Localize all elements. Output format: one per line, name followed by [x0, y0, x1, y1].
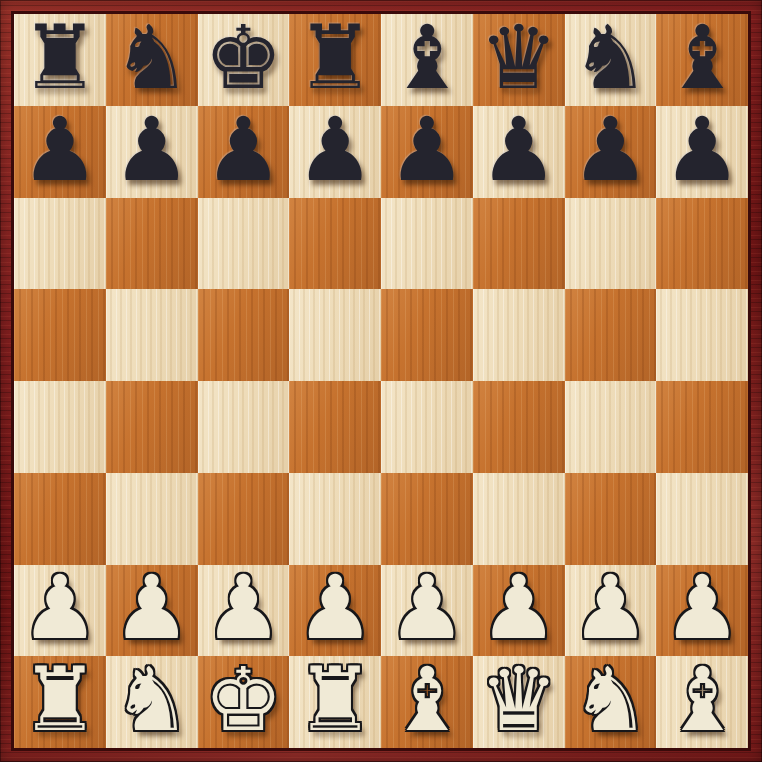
square-a6[interactable]	[14, 198, 106, 290]
square-f7[interactable]: ♟	[473, 106, 565, 198]
square-c8[interactable]: ♚	[198, 14, 290, 106]
square-g5[interactable]	[565, 289, 657, 381]
square-g6[interactable]	[565, 198, 657, 290]
piece-white-queen[interactable]: ♛	[479, 656, 558, 744]
square-f1[interactable]: ♛	[473, 656, 565, 748]
piece-black-pawn[interactable]: ♟	[479, 106, 558, 194]
square-g7[interactable]: ♟	[565, 106, 657, 198]
piece-white-knight[interactable]: ♞	[112, 656, 191, 744]
square-c4[interactable]	[198, 381, 290, 473]
square-g4[interactable]	[565, 381, 657, 473]
square-g1[interactable]: ♞	[565, 656, 657, 748]
square-a2[interactable]: ♟	[14, 565, 106, 657]
square-d5[interactable]	[289, 289, 381, 381]
square-e3[interactable]	[381, 473, 473, 565]
board-frame: ♜♞♚♜♝♛♞♝♟♟♟♟♟♟♟♟♟♟♟♟♟♟♟♟♜♞♚♜♝♛♞♝	[0, 0, 762, 762]
piece-white-bishop[interactable]: ♝	[387, 656, 466, 744]
square-h5[interactable]	[656, 289, 748, 381]
square-h6[interactable]	[656, 198, 748, 290]
square-e1[interactable]: ♝	[381, 656, 473, 748]
square-g8[interactable]: ♞	[565, 14, 657, 106]
square-g3[interactable]	[565, 473, 657, 565]
square-d8[interactable]: ♜	[289, 14, 381, 106]
square-d1[interactable]: ♜	[289, 656, 381, 748]
square-c7[interactable]: ♟	[198, 106, 290, 198]
square-h1[interactable]: ♝	[656, 656, 748, 748]
piece-black-pawn[interactable]: ♟	[387, 106, 466, 194]
square-f6[interactable]	[473, 198, 565, 290]
square-a1[interactable]: ♜	[14, 656, 106, 748]
piece-black-rook[interactable]: ♜	[20, 14, 99, 102]
piece-white-pawn[interactable]: ♟	[204, 564, 283, 652]
square-f4[interactable]	[473, 381, 565, 473]
square-e8[interactable]: ♝	[381, 14, 473, 106]
square-c6[interactable]	[198, 198, 290, 290]
square-b3[interactable]	[106, 473, 198, 565]
square-d3[interactable]	[289, 473, 381, 565]
square-h7[interactable]: ♟	[656, 106, 748, 198]
square-a4[interactable]	[14, 381, 106, 473]
piece-black-queen[interactable]: ♛	[479, 14, 558, 102]
square-c1[interactable]: ♚	[198, 656, 290, 748]
piece-black-rook[interactable]: ♜	[296, 14, 375, 102]
square-h8[interactable]: ♝	[656, 14, 748, 106]
piece-black-bishop[interactable]: ♝	[387, 14, 466, 102]
square-f8[interactable]: ♛	[473, 14, 565, 106]
square-h2[interactable]: ♟	[656, 565, 748, 657]
square-b2[interactable]: ♟	[106, 565, 198, 657]
piece-white-pawn[interactable]: ♟	[387, 564, 466, 652]
piece-white-rook[interactable]: ♜	[296, 656, 375, 744]
square-a8[interactable]: ♜	[14, 14, 106, 106]
square-a3[interactable]	[14, 473, 106, 565]
piece-black-pawn[interactable]: ♟	[112, 106, 191, 194]
square-b6[interactable]	[106, 198, 198, 290]
square-b1[interactable]: ♞	[106, 656, 198, 748]
piece-black-pawn[interactable]: ♟	[571, 106, 650, 194]
square-b7[interactable]: ♟	[106, 106, 198, 198]
piece-white-king[interactable]: ♚	[204, 656, 283, 744]
square-f5[interactable]	[473, 289, 565, 381]
piece-white-pawn[interactable]: ♟	[20, 564, 99, 652]
square-h4[interactable]	[656, 381, 748, 473]
square-f2[interactable]: ♟	[473, 565, 565, 657]
piece-white-rook[interactable]: ♜	[20, 656, 99, 744]
square-g2[interactable]: ♟	[565, 565, 657, 657]
square-d2[interactable]: ♟	[289, 565, 381, 657]
square-b4[interactable]	[106, 381, 198, 473]
piece-black-pawn[interactable]: ♟	[296, 106, 375, 194]
square-e7[interactable]: ♟	[381, 106, 473, 198]
piece-white-pawn[interactable]: ♟	[479, 564, 558, 652]
piece-white-pawn[interactable]: ♟	[663, 564, 742, 652]
piece-black-bishop[interactable]: ♝	[663, 14, 742, 102]
square-d4[interactable]	[289, 381, 381, 473]
square-e2[interactable]: ♟	[381, 565, 473, 657]
piece-black-knight[interactable]: ♞	[112, 14, 191, 102]
chess-board: ♜♞♚♜♝♛♞♝♟♟♟♟♟♟♟♟♟♟♟♟♟♟♟♟♜♞♚♜♝♛♞♝	[11, 11, 751, 751]
piece-white-pawn[interactable]: ♟	[296, 564, 375, 652]
square-d7[interactable]: ♟	[289, 106, 381, 198]
square-e5[interactable]	[381, 289, 473, 381]
square-c5[interactable]	[198, 289, 290, 381]
square-c3[interactable]	[198, 473, 290, 565]
piece-white-knight[interactable]: ♞	[571, 656, 650, 744]
square-a7[interactable]: ♟	[14, 106, 106, 198]
piece-black-pawn[interactable]: ♟	[204, 106, 283, 194]
piece-black-pawn[interactable]: ♟	[20, 106, 99, 194]
piece-black-king[interactable]: ♚	[204, 14, 283, 102]
square-d6[interactable]	[289, 198, 381, 290]
piece-black-knight[interactable]: ♞	[571, 14, 650, 102]
piece-white-pawn[interactable]: ♟	[112, 564, 191, 652]
square-a5[interactable]	[14, 289, 106, 381]
square-f3[interactable]	[473, 473, 565, 565]
piece-black-pawn[interactable]: ♟	[663, 106, 742, 194]
square-b5[interactable]	[106, 289, 198, 381]
square-b8[interactable]: ♞	[106, 14, 198, 106]
square-c2[interactable]: ♟	[198, 565, 290, 657]
square-h3[interactable]	[656, 473, 748, 565]
piece-white-bishop[interactable]: ♝	[663, 656, 742, 744]
square-e6[interactable]	[381, 198, 473, 290]
piece-white-pawn[interactable]: ♟	[571, 564, 650, 652]
square-e4[interactable]	[381, 381, 473, 473]
